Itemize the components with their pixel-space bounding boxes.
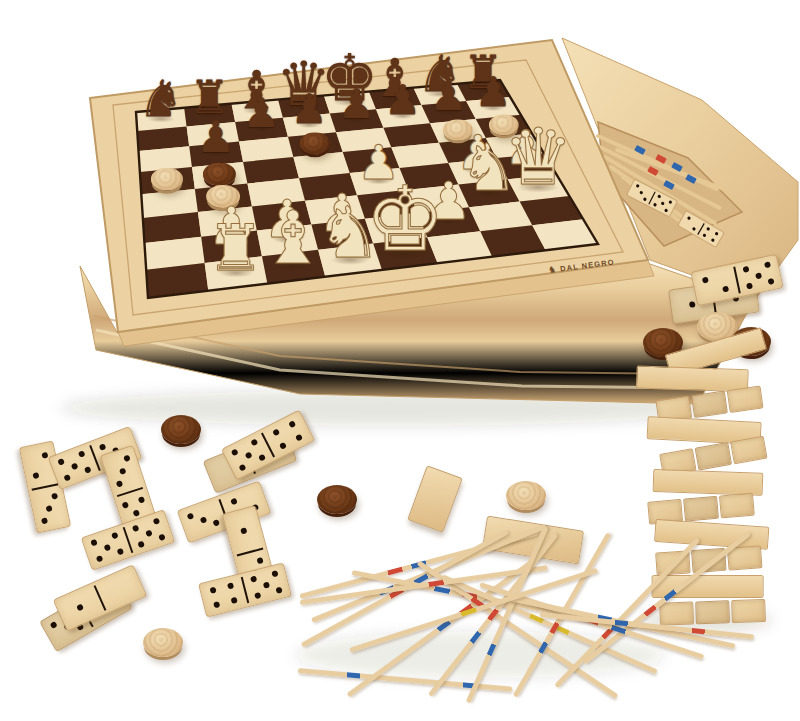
checker-disc-brown (317, 485, 357, 514)
scatter-objects-layer (0, 0, 800, 721)
tower-block-end (719, 493, 755, 519)
wood-block (407, 465, 463, 532)
checker-disc-light (506, 481, 546, 510)
tower-block-end (691, 391, 728, 419)
tower-block-end (695, 600, 730, 624)
tower-block-end (727, 386, 764, 414)
checker-disc-brown (161, 415, 201, 444)
checker-disc-light (143, 628, 183, 657)
tower-block-end (730, 436, 767, 465)
tower-block-end (659, 602, 694, 626)
tower-block-end (731, 599, 766, 623)
tower-block-end (695, 442, 732, 471)
game-compendium-photo: ♞DAL NEGRO ♞♜♝♛♚♝♞♜♟♟♟♟♟♟♟♟♟♟♞♛♟♟♟♟♜♝♞♚ (0, 0, 800, 721)
